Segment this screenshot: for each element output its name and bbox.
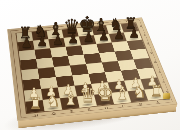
chess-set-photo: ♜♞♝♛♚♝♞♜♟♟♟♟♟♟♟♟♟♟♟♟♟♟♟♟♜♞♝♛♚♝♞♜ A B C D… [0,0,180,130]
white-bishop: ♝ [114,84,131,102]
black-pawn: ♟ [126,26,141,40]
white-knight: ♞ [131,84,148,100]
black-pawn: ♟ [34,34,50,48]
square: ♝ [60,96,80,109]
chess-board: ♜♞♝♛♚♝♞♜♟♟♟♟♟♟♟♟♟♟♟♟♟♟♟♟♜♞♝♛♚♝♞♜ A B C D… [8,18,177,121]
square: ♜ [25,100,44,113]
square [118,59,137,70]
square: ♛ [77,95,97,108]
square: ♟ [64,37,81,47]
white-king: ♚ [97,83,114,104]
square [68,55,86,66]
square: ♟ [18,41,35,51]
black-pawn: ♟ [65,32,81,46]
square [38,67,56,79]
white-bishop: ♝ [62,90,80,108]
playing-field: ♜♞♝♛♚♝♞♜♟♟♟♟♟♟♟♟♟♟♟♟♟♟♟♟♜♞♝♛♚♝♞♜ [17,23,166,113]
square [36,57,54,68]
white-knight: ♞ [44,93,62,110]
black-pawn: ♟ [50,33,66,47]
black-pawn: ♟ [111,27,126,41]
square: ♟ [33,39,50,49]
square: ♚ [94,93,114,106]
square: ♞ [43,98,62,111]
black-pawn: ♟ [81,30,97,44]
square: ♟ [48,38,65,48]
brass-clasp [163,93,170,99]
white-rook: ♜ [27,96,45,112]
square: ♟ [94,34,112,44]
black-pawn: ♟ [19,36,35,50]
square: ♟ [79,35,97,45]
black-pawn: ♟ [96,29,111,43]
white-queen: ♛ [79,86,97,106]
square [130,49,149,60]
square [54,66,72,78]
